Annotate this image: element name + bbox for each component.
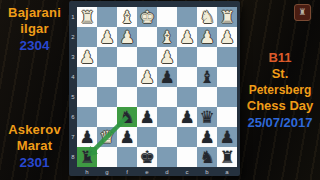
rank-label-6: 6 bbox=[69, 107, 77, 127]
piece-black-pawn: ♟ bbox=[179, 108, 194, 125]
square-a5[interactable] bbox=[217, 87, 237, 107]
file-label-g: g bbox=[97, 168, 117, 176]
square-h8[interactable]: ♜ bbox=[77, 147, 97, 167]
square-d5[interactable] bbox=[157, 87, 177, 107]
file-labels: hgfedcba bbox=[77, 168, 237, 176]
square-g1[interactable] bbox=[97, 7, 117, 27]
square-b4[interactable]: ♝ bbox=[197, 67, 217, 87]
square-h4[interactable] bbox=[77, 67, 97, 87]
square-c7[interactable] bbox=[177, 127, 197, 147]
player-top-name-line1: Bajarani bbox=[0, 5, 69, 21]
square-f1[interactable]: ♝ bbox=[117, 7, 137, 27]
rank-label-4: 4 bbox=[69, 67, 77, 87]
square-g4[interactable] bbox=[97, 67, 117, 87]
player-bottom-rating: 2301 bbox=[0, 154, 69, 171]
square-c6[interactable]: ♟ bbox=[177, 107, 197, 127]
square-c8[interactable] bbox=[177, 147, 197, 167]
piece-black-pawn: ♟ bbox=[199, 128, 214, 145]
piece-black-pawn: ♟ bbox=[119, 128, 134, 145]
square-f3[interactable] bbox=[117, 47, 137, 67]
square-h5[interactable] bbox=[77, 87, 97, 107]
piece-black-rook: ♜ bbox=[79, 148, 94, 165]
player-info-bottom: Askerov Marat 2301 bbox=[0, 122, 69, 171]
square-a4[interactable] bbox=[217, 67, 237, 87]
player-bottom-name-line1: Askerov bbox=[0, 122, 69, 138]
square-a8[interactable]: ♜ bbox=[217, 147, 237, 167]
piece-black-pawn: ♟ bbox=[79, 128, 94, 145]
square-b8[interactable]: ♞ bbox=[197, 147, 217, 167]
piece-white-queen: ♛ bbox=[99, 128, 114, 145]
piece-black-pawn: ♟ bbox=[139, 108, 154, 125]
piece-white-pawn: ♟ bbox=[199, 28, 214, 45]
rank-label-2: 2 bbox=[69, 27, 77, 47]
piece-black-pawn: ♟ bbox=[219, 128, 234, 145]
square-d1[interactable] bbox=[157, 7, 177, 27]
rook-icon: ♜ bbox=[298, 8, 306, 17]
player-top-rating: 2304 bbox=[0, 37, 69, 54]
player-top-name-line2: ilgar bbox=[0, 21, 69, 37]
square-d4[interactable]: ♟ bbox=[157, 67, 177, 87]
piece-black-king: ♚ bbox=[139, 148, 154, 165]
square-f8[interactable] bbox=[117, 147, 137, 167]
square-b2[interactable]: ♟ bbox=[197, 27, 217, 47]
event-info: B11 St. Petersberg Chess Day 25/07/2017 bbox=[240, 50, 320, 131]
square-c1[interactable] bbox=[177, 7, 197, 27]
video-frame: Bajarani ilgar 2304 Askerov Marat 2301 B… bbox=[0, 0, 320, 180]
square-a2[interactable]: ♟ bbox=[217, 27, 237, 47]
file-label-a: a bbox=[217, 168, 237, 176]
piece-black-knight: ♞ bbox=[199, 148, 214, 165]
file-label-f: f bbox=[117, 168, 137, 176]
square-e3[interactable] bbox=[137, 47, 157, 67]
square-d2[interactable]: ♝ bbox=[157, 27, 177, 47]
square-c2[interactable]: ♟ bbox=[177, 27, 197, 47]
square-d3[interactable]: ♟ bbox=[157, 47, 177, 67]
chess-board-frame: 12345678 ♜♝♚♞♜♟♟♝♟♟♟♟♟♟♟♝♞♟♟♛♟♛♟♟♟♜♚♞♜ h… bbox=[69, 1, 240, 176]
player-info-top: Bajarani ilgar 2304 bbox=[0, 5, 69, 54]
piece-white-pawn: ♟ bbox=[79, 48, 94, 65]
square-d7[interactable] bbox=[157, 127, 177, 147]
square-h2[interactable] bbox=[77, 27, 97, 47]
square-h1[interactable]: ♜ bbox=[77, 7, 97, 27]
square-f7[interactable]: ♟ bbox=[117, 127, 137, 147]
rank-label-1: 1 bbox=[69, 7, 77, 27]
piece-white-rook: ♜ bbox=[79, 8, 94, 25]
rank-label-3: 3 bbox=[69, 47, 77, 67]
square-h6[interactable] bbox=[77, 107, 97, 127]
square-e7[interactable] bbox=[137, 127, 157, 147]
piece-black-queen: ♛ bbox=[199, 108, 214, 125]
square-g2[interactable]: ♟ bbox=[97, 27, 117, 47]
square-g8[interactable] bbox=[97, 147, 117, 167]
square-b5[interactable] bbox=[197, 87, 217, 107]
event-date: 25/07/2017 bbox=[240, 114, 320, 131]
piece-black-bishop: ♝ bbox=[199, 68, 214, 85]
square-e6[interactable]: ♟ bbox=[137, 107, 157, 127]
piece-white-knight: ♞ bbox=[199, 8, 214, 25]
file-label-b: b bbox=[197, 168, 217, 176]
square-e1[interactable]: ♚ bbox=[137, 7, 157, 27]
file-label-c: c bbox=[177, 168, 197, 176]
square-e2[interactable] bbox=[137, 27, 157, 47]
channel-logo: ♜ bbox=[294, 4, 311, 21]
square-f6[interactable]: ♞ bbox=[117, 107, 137, 127]
piece-white-pawn: ♟ bbox=[179, 28, 194, 45]
file-label-e: e bbox=[137, 168, 157, 176]
square-b1[interactable]: ♞ bbox=[197, 7, 217, 27]
piece-black-pawn: ♟ bbox=[159, 68, 174, 85]
player-bottom-name-line2: Marat bbox=[0, 138, 69, 154]
piece-black-rook: ♜ bbox=[219, 148, 234, 165]
square-b7[interactable]: ♟ bbox=[197, 127, 217, 147]
square-e8[interactable]: ♚ bbox=[137, 147, 157, 167]
rank-label-7: 7 bbox=[69, 127, 77, 147]
square-d8[interactable] bbox=[157, 147, 177, 167]
square-g7[interactable]: ♛ bbox=[97, 127, 117, 147]
piece-black-knight: ♞ bbox=[119, 108, 134, 125]
square-e4[interactable]: ♟ bbox=[137, 67, 157, 87]
piece-white-rook: ♜ bbox=[219, 8, 234, 25]
square-d6[interactable] bbox=[157, 107, 177, 127]
square-c4[interactable] bbox=[177, 67, 197, 87]
file-label-h: h bbox=[77, 168, 97, 176]
square-b6[interactable]: ♛ bbox=[197, 107, 217, 127]
eco-code: B11 bbox=[240, 50, 320, 66]
piece-white-bishop: ♝ bbox=[159, 28, 174, 45]
square-g5[interactable] bbox=[97, 87, 117, 107]
square-a3[interactable] bbox=[217, 47, 237, 67]
square-c3[interactable] bbox=[177, 47, 197, 67]
piece-white-pawn: ♟ bbox=[139, 68, 154, 85]
square-f5[interactable] bbox=[117, 87, 137, 107]
square-g3[interactable] bbox=[97, 47, 117, 67]
square-f2[interactable]: ♟ bbox=[117, 27, 137, 47]
chess-board: ♜♝♚♞♜♟♟♝♟♟♟♟♟♟♟♝♞♟♟♛♟♛♟♟♟♜♚♞♜ bbox=[77, 7, 237, 167]
piece-white-pawn: ♟ bbox=[99, 28, 114, 45]
piece-white-pawn: ♟ bbox=[219, 28, 234, 45]
event-name-line2: Petersberg bbox=[240, 82, 320, 98]
piece-white-pawn: ♟ bbox=[119, 28, 134, 45]
file-label-d: d bbox=[157, 168, 177, 176]
rank-label-8: 8 bbox=[69, 147, 77, 167]
event-name-line3: Chess Day bbox=[240, 98, 320, 114]
square-e5[interactable] bbox=[137, 87, 157, 107]
square-b3[interactable] bbox=[197, 47, 217, 67]
piece-white-king: ♚ bbox=[139, 8, 154, 25]
square-f4[interactable] bbox=[117, 67, 137, 87]
square-a6[interactable] bbox=[217, 107, 237, 127]
square-a7[interactable]: ♟ bbox=[217, 127, 237, 147]
piece-white-pawn: ♟ bbox=[159, 48, 174, 65]
rank-labels: 12345678 bbox=[69, 7, 77, 167]
rank-label-5: 5 bbox=[69, 87, 77, 107]
square-h3[interactable]: ♟ bbox=[77, 47, 97, 67]
square-h7[interactable]: ♟ bbox=[77, 127, 97, 147]
square-c5[interactable] bbox=[177, 87, 197, 107]
piece-white-bishop: ♝ bbox=[119, 8, 134, 25]
square-a1[interactable]: ♜ bbox=[217, 7, 237, 27]
square-g6[interactable] bbox=[97, 107, 117, 127]
event-name-line1: St. bbox=[240, 66, 320, 82]
